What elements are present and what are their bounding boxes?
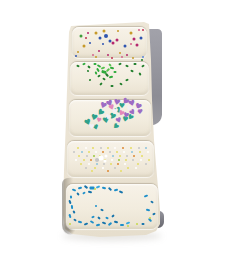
pastel-fine-glitter-particle [102,167,104,169]
photo-stage: ♥♥♥♥♥♥♥♥♥♥♥♥♥♥♥♥♥♥♥♥♥♥♥♥♥♥♥♥♥ [0,0,226,270]
multicolour-round-sprinkles-particle [87,32,89,34]
pastel-fine-glitter-particle [109,151,111,153]
green-glitter-flakes-particle [102,77,106,80]
blue-glitter-flakes-particle [72,188,76,191]
pastel-fine-glitter-particle [85,147,87,149]
green-glitter-flakes-particle [111,85,114,87]
multicolour-round-sprinkles-particle [124,45,127,48]
pastel-fine-glitter-particle [93,155,95,157]
multicolour-round-sprinkles-particle [104,34,108,38]
pastel-fine-glitter-particle [90,159,92,161]
blue-glitter-flakes-particle [91,216,94,219]
pastel-fine-glitter-particle [95,151,97,153]
multicolour-round-sprinkles-particle [85,37,87,39]
multicolour-round-sprinkles-particle [132,57,134,59]
green-glitter-flakes-particle [134,63,137,65]
blue-glitter-flakes-particle [90,220,94,224]
multicolour-round-sprinkles-particle [133,38,136,41]
blue-glitter-flakes-particle [149,217,151,219]
pastel-fine-glitter-particle [124,163,126,165]
green-glitter-flakes-particle [114,71,117,73]
pastel-fine-glitter-particle [107,147,109,149]
blue-glitter-flakes-particle [111,214,115,217]
multicolour-round-sprinkles-particle [103,30,106,33]
multicolour-round-sprinkles-particle [75,55,77,57]
pastel-fine-glitter-particle [116,151,118,153]
pastel-fine-glitter-particle [126,155,128,157]
blue-glitter-flakes-particle [69,214,72,218]
blue-glitter-flakes-particle [114,189,118,192]
blue-glitter-flakes-particle [108,222,112,226]
blue-glitter-flakes-particle [150,200,154,203]
pastel-fine-glitter-particle [145,163,147,165]
blue-glitter-flakes-particle [95,205,97,207]
green-glitter-flakes-particle [125,65,128,68]
pastel-fine-glitter-particle [125,159,127,161]
pastel-fine-glitter-particle [78,155,80,157]
green-glitter-flakes-particle [99,82,103,86]
pastel-fine-glitter-particle [100,147,102,149]
pastel-fine-glitter-particle [117,163,119,165]
blue-glitter-flakes-particle [69,223,71,225]
pastel-fine-glitter-particle [96,163,98,165]
pastel-fine-glitter-particle [130,147,132,149]
blue-glitter-flakes-particle [152,212,156,215]
pastel-fine-glitter-particle [91,170,93,172]
pastel-fine-glitter-particle [111,159,113,161]
pastel-fine-glitter-particle [110,163,112,165]
pastel-fine-glitter-particle [75,159,77,161]
multicolour-round-sprinkles-particle [95,56,97,58]
multicolour-round-sprinkles-particle [121,56,123,58]
multicolour-round-sprinkles-particle [119,52,121,54]
multicolour-round-sprinkles-particle [130,32,133,35]
pastel-fine-glitter-particle [103,163,105,165]
green-glitter-flakes-particle [110,67,114,70]
green-glitter-flakes-particle [119,82,123,85]
blue-glitter-flakes-particle [78,187,82,190]
pastel-fine-glitter-particle [118,159,120,161]
blue-glitter-flakes-particle [105,216,109,219]
blue-glitter-flakes-particle [100,209,103,212]
green-glitter-flakes-particle [141,64,145,67]
green-glitter-flakes-particle [125,79,128,82]
pastel-fine-glitter-particle [102,151,104,153]
blue-glitter-flakes-particle [82,191,86,194]
blue-glitter-flakes-particle [146,209,150,212]
green-glitter-flakes-particle [130,69,134,72]
blue-glitter-flakes-particle [114,221,118,224]
blue-glitter-flakes-particle [142,223,145,225]
green-glitter-flakes-particle [97,74,101,77]
blue-glitter-flakes-particle [84,185,88,189]
multicolour-round-sprinkles-particle [138,29,140,31]
multicolour-round-sprinkles-particle [142,29,144,31]
pastel-fine-glitter-particle [131,151,133,153]
blue-glitter-flakes-particle [119,190,123,194]
pastel-fine-glitter-particle [135,167,137,169]
blue-glitter-flakes-particle [71,205,73,209]
multicolour-round-sprinkles-particle [112,42,115,45]
blue-glitter-flakes-particle [96,224,100,227]
multicolour-round-sprinkles-particle [95,32,98,35]
pastel-fine-glitter-particle [138,147,140,149]
pastel-fine-glitter-particle [85,167,87,169]
green-glitter-flakes-particle [89,79,92,82]
blue-glitter-flakes-particle [84,222,88,225]
pastel-fine-glitter-particle [133,155,135,157]
blue-glitter-flakes-particle [144,194,148,197]
blue-glitter-flakes-particle [68,200,71,204]
pastel-fine-glitter-particle [119,155,121,157]
pastel-fine-glitter-particle [137,163,139,165]
blue-glitter-flakes-particle [94,188,96,190]
blue-glitter-flakes-particle [102,221,106,224]
pastel-fine-glitter-particle [120,170,122,172]
pastel-fine-glitter-particle [105,155,108,158]
multicolour-round-sprinkles-particle [136,44,139,47]
blue-glitter-flakes-particle [136,223,138,225]
blue-glitter-flakes-particle [72,210,75,214]
multicolour-round-sprinkles-particle [116,39,119,42]
multicolour-round-sprinkles-particle [92,54,94,56]
pastel-fine-glitter-particle [107,170,109,172]
multicolour-round-sprinkles-particle [99,37,102,40]
blue-glitter-flakes-particle [108,187,112,191]
pastel-fine-glitter-particle [122,147,124,149]
pastel-fine-glitter-particle [81,151,83,153]
green-glitter-flakes-particle [118,63,122,66]
blue-glitter-flakes-particle [127,225,129,227]
pastel-fine-glitter-particle [88,163,90,165]
pastel-fine-glitter-particle [80,163,82,165]
pastel-fine-glitter-particle [123,151,125,153]
multicolour-round-sprinkles-particle [140,37,143,40]
pastel-fine-glitter-particle [94,167,96,169]
pastel-fine-glitter-particle [92,147,94,149]
multicolour-round-sprinkles-particle [98,50,100,52]
pastel-fine-glitter-particle [95,158,99,162]
teal-purple-heart-sprinkles-particle: ♥ [96,117,102,124]
green-glitter-flakes-particle [87,70,90,73]
green-glitter-flakes-particle [82,63,85,66]
green-glitter-flakes-particle [76,65,80,68]
multicolour-round-sprinkles-particle [126,54,128,56]
pastel-fine-glitter-particle [77,147,79,149]
pastel-fine-glitter-particle [140,159,142,161]
blue-glitter-flakes-particle [88,191,92,194]
pastel-fine-glitter-particle [83,159,85,161]
teal-purple-heart-sprinkles-particle: ♥ [89,124,95,131]
multicolour-round-sprinkles-particle [77,51,79,53]
pastel-fine-glitter-particle [104,160,107,163]
blue-glitter-flakes-particle [78,221,82,224]
blue-glitter-flakes-particle [120,224,124,226]
pastel-fine-glitter-particle [139,151,141,153]
blue-glitter-flakes-particle [73,218,77,221]
pastel-fine-glitter-particle [148,159,150,161]
pastel-fine-glitter-particle [114,147,116,149]
multicolour-round-sprinkles-particle [102,43,104,45]
pastel-fine-glitter-particle [127,167,129,169]
multicolour-round-sprinkles-particle [107,54,109,56]
blue-glitter-flakes-particle [70,195,72,198]
pastel-fine-glitter-particle [88,151,90,153]
green-glitter-flakes-particle [141,59,143,61]
pastel-fine-glitter-particle [132,159,134,161]
multicolour-round-sprinkles-particle [89,42,91,44]
pastel-fine-glitter-particle [73,151,75,153]
multicolour-round-sprinkles-particle [117,30,119,32]
green-glitter-flakes-particle [109,76,113,79]
pastel-fine-glitter-particle [147,151,149,153]
pastel-fine-glitter-particle [145,147,147,149]
multicolour-round-sprinkles-particle [111,57,113,59]
blue-glitter-flakes-particle [102,187,106,190]
green-glitter-flakes-particle [138,72,141,76]
multicolour-round-sprinkles-particle [130,43,132,45]
green-glitter-flakes-particle [87,65,91,68]
multicolour-round-sprinkles-particle [83,45,86,48]
pastel-fine-glitter-particle [86,155,88,157]
multicolour-round-sprinkles-particle [142,56,144,58]
blue-glitter-flakes-particle [97,216,101,219]
blue-glitter-flakes-particle [76,192,79,196]
sprinkle-layer: ♥♥♥♥♥♥♥♥♥♥♥♥♥♥♥♥♥♥♥♥♥♥♥♥♥♥♥♥♥ [0,0,226,270]
multicolour-round-sprinkles-particle [80,35,83,38]
pastel-fine-glitter-particle [112,155,114,157]
pastel-fine-glitter-particle [141,155,143,157]
blue-glitter-flakes-particle [96,185,100,189]
pastel-fine-glitter-particle [114,167,116,169]
